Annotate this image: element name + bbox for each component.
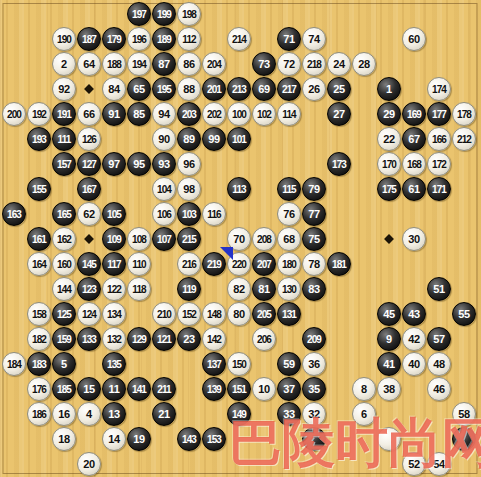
go-board: 1971991981901871791961891122147174602641… xyxy=(0,0,481,477)
blue-triangle-icon xyxy=(220,247,233,260)
last-move-marker xyxy=(0,0,481,477)
